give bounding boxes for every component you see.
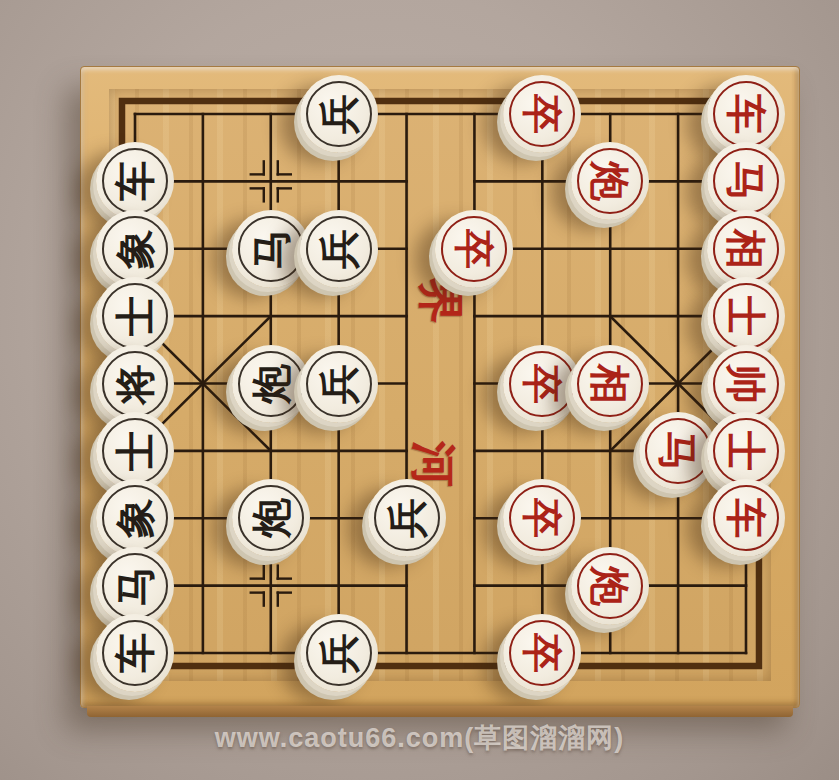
piece-character: 帅: [726, 364, 766, 404]
piece-red-车[interactable]: 车: [707, 479, 785, 557]
piece-character: 兵: [319, 633, 359, 673]
piece-character: 士: [115, 431, 155, 471]
piece-character: 车: [726, 498, 766, 538]
piece-black-车[interactable]: 车: [96, 142, 174, 220]
piece-character: 士: [726, 296, 766, 336]
piece-red-相[interactable]: 相: [571, 345, 649, 423]
piece-black-兵[interactable]: 兵: [300, 345, 378, 423]
piece-character: 相: [590, 364, 630, 404]
piece-character: 马: [115, 566, 155, 606]
piece-black-马[interactable]: 马: [96, 547, 174, 625]
piece-red-卒[interactable]: 卒: [435, 210, 513, 288]
piece-black-兵[interactable]: 兵: [368, 479, 446, 557]
piece-character: 兵: [319, 364, 359, 404]
piece-character: 车: [115, 633, 155, 673]
piece-character: 卒: [522, 364, 562, 404]
piece-character: 车: [726, 94, 766, 134]
piece-character: 象: [115, 229, 155, 269]
river-label-界: 界: [418, 278, 464, 324]
piece-red-炮[interactable]: 炮: [571, 547, 649, 625]
board-grid: [109, 89, 771, 681]
piece-black-车[interactable]: 车: [96, 614, 174, 692]
piece-character: 炮: [251, 364, 291, 404]
piece-red-马[interactable]: 马: [707, 142, 785, 220]
piece-red-帅[interactable]: 帅: [707, 345, 785, 423]
piece-character: 将: [115, 364, 155, 404]
xiangqi-board: 界河 兵卒车车炮马象马兵卒相士士将炮兵卒相帅士马士象炮兵卒车马炮车兵卒: [80, 66, 800, 708]
piece-character: 马: [251, 229, 291, 269]
piece-character: 士: [115, 296, 155, 336]
piece-black-马[interactable]: 马: [232, 210, 310, 288]
piece-character: 卒: [522, 633, 562, 673]
piece-character: 卒: [454, 229, 494, 269]
piece-character: 象: [115, 498, 155, 538]
piece-character: 马: [726, 161, 766, 201]
piece-black-兵[interactable]: 兵: [300, 75, 378, 153]
piece-red-士[interactable]: 士: [707, 277, 785, 355]
piece-red-卒[interactable]: 卒: [503, 75, 581, 153]
piece-black-象[interactable]: 象: [96, 479, 174, 557]
piece-black-炮[interactable]: 炮: [232, 479, 310, 557]
piece-red-士[interactable]: 士: [707, 412, 785, 490]
piece-character: 炮: [590, 566, 630, 606]
piece-character: 兵: [387, 498, 427, 538]
piece-red-相[interactable]: 相: [707, 210, 785, 288]
piece-red-马[interactable]: 马: [639, 412, 717, 490]
piece-character: 卒: [522, 94, 562, 134]
piece-black-兵[interactable]: 兵: [300, 614, 378, 692]
piece-red-卒[interactable]: 卒: [503, 345, 581, 423]
piece-black-象[interactable]: 象: [96, 210, 174, 288]
piece-character: 马: [658, 431, 698, 471]
scene: 界河 兵卒车车炮马象马兵卒相士士将炮兵卒相帅士马士象炮兵卒车马炮车兵卒 www.…: [0, 0, 839, 780]
piece-character: 卒: [522, 498, 562, 538]
piece-character: 兵: [319, 94, 359, 134]
piece-black-将[interactable]: 将: [96, 345, 174, 423]
piece-black-士[interactable]: 士: [96, 277, 174, 355]
board-field: 界河: [109, 89, 771, 681]
piece-black-兵[interactable]: 兵: [300, 210, 378, 288]
piece-character: 士: [726, 431, 766, 471]
piece-character: 相: [726, 229, 766, 269]
piece-black-士[interactable]: 士: [96, 412, 174, 490]
piece-character: 兵: [319, 229, 359, 269]
watermark: www.caotu66.com(草图溜溜网): [0, 720, 839, 756]
piece-black-炮[interactable]: 炮: [232, 345, 310, 423]
piece-character: 炮: [590, 161, 630, 201]
piece-character: 车: [115, 161, 155, 201]
piece-character: 炮: [251, 498, 291, 538]
piece-red-卒[interactable]: 卒: [503, 614, 581, 692]
piece-red-车[interactable]: 车: [707, 75, 785, 153]
